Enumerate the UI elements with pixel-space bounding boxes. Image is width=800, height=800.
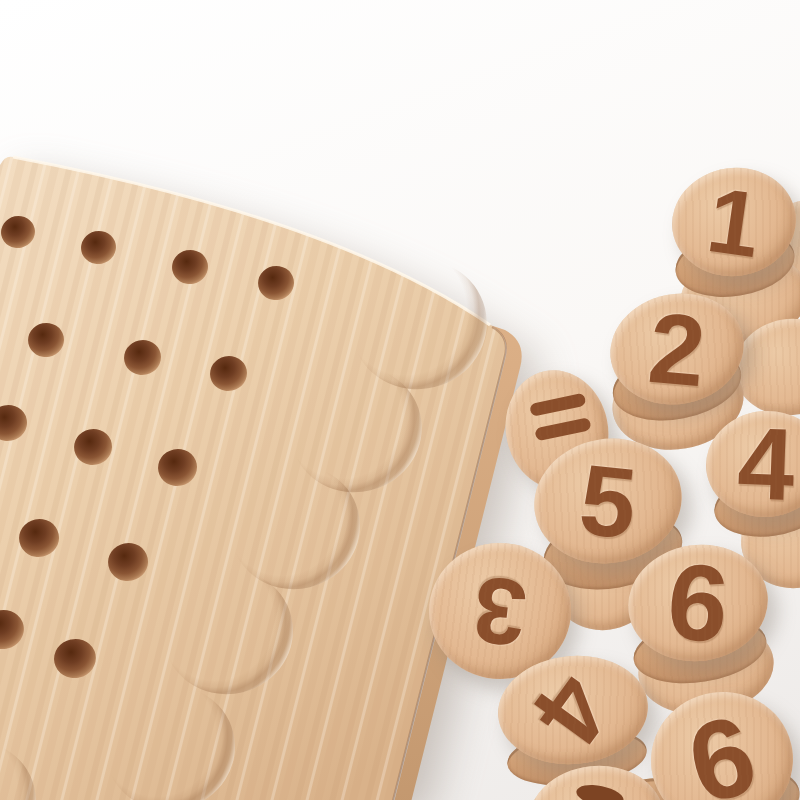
number-disc-2[interactable]: 2: [601, 282, 754, 416]
disc-number-glyph: 1: [665, 160, 800, 284]
equals-bar-top: [529, 393, 586, 417]
number-disc-1[interactable]: 1: [665, 160, 800, 284]
number-disc-4a[interactable]: 4: [701, 405, 800, 523]
number-disc-6a[interactable]: 6: [621, 536, 776, 670]
disc-number-glyph: 2: [605, 288, 748, 409]
board-scene: 12453646: [0, 0, 800, 800]
disc-number-glyph: 4: [704, 409, 800, 519]
disc-number-glyph: 6: [623, 539, 773, 667]
